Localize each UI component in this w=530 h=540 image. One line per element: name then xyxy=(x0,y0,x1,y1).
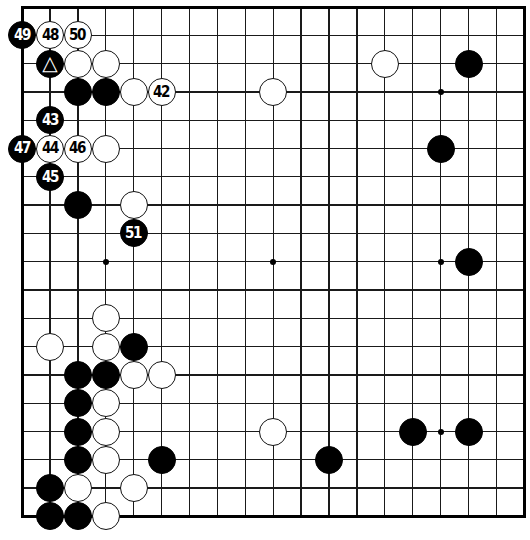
stone-white xyxy=(92,502,120,530)
stone-black xyxy=(36,502,64,530)
stone-white xyxy=(92,50,120,78)
stone-black xyxy=(64,418,92,446)
stone-white-move-42: 42 xyxy=(148,78,176,106)
move-number-label: 51 xyxy=(125,225,142,242)
stone-white xyxy=(92,418,120,446)
star-point xyxy=(438,429,444,435)
stone-black xyxy=(148,446,176,474)
stone-black xyxy=(455,418,483,446)
move-number-label: 47 xyxy=(13,140,30,157)
move-number-label: 46 xyxy=(69,140,86,157)
stone-black xyxy=(92,78,120,106)
stone-black xyxy=(36,474,64,502)
star-point xyxy=(103,259,109,265)
stone-white xyxy=(120,361,148,389)
stone-black xyxy=(427,135,455,163)
stone-white xyxy=(120,474,148,502)
stone-white xyxy=(64,474,92,502)
stone-black xyxy=(64,389,92,417)
stone-black xyxy=(92,361,120,389)
stone-black-triangle-marked: △ xyxy=(36,50,64,78)
stone-black xyxy=(64,361,92,389)
triangle-mark-icon: △ xyxy=(42,53,57,73)
stone-white xyxy=(371,50,399,78)
stone-white xyxy=(259,78,287,106)
move-number-label: 45 xyxy=(41,169,58,186)
stone-white xyxy=(259,418,287,446)
stone-black xyxy=(64,446,92,474)
star-point xyxy=(438,259,444,265)
stone-white xyxy=(92,333,120,361)
stone-white xyxy=(36,333,64,361)
stone-white-move-50: 50 xyxy=(64,21,92,49)
stone-black-move-47: 47 xyxy=(8,135,36,163)
stone-white-move-44: 44 xyxy=(36,135,64,163)
move-number-label: 48 xyxy=(41,27,58,44)
stone-white xyxy=(64,50,92,78)
move-number-label: 42 xyxy=(153,84,170,101)
stone-white xyxy=(92,389,120,417)
stone-black xyxy=(120,333,148,361)
move-number-label: 50 xyxy=(69,27,86,44)
stone-black-move-45: 45 xyxy=(36,163,64,191)
go-board-diagram: 494850△42434744464551 xyxy=(0,0,530,540)
stone-black xyxy=(64,191,92,219)
stone-black xyxy=(399,418,427,446)
stone-black-move-51: 51 xyxy=(120,219,148,247)
stone-black xyxy=(64,502,92,530)
stone-white-move-46: 46 xyxy=(64,135,92,163)
move-number-label: 43 xyxy=(41,112,58,129)
stone-white xyxy=(92,446,120,474)
stone-white xyxy=(120,191,148,219)
go-board: 494850△42434744464551 xyxy=(0,0,530,540)
stone-black-move-43: 43 xyxy=(36,106,64,134)
stone-white xyxy=(92,304,120,332)
move-number-label: 44 xyxy=(41,140,58,157)
move-number-label: 49 xyxy=(13,27,30,44)
star-point xyxy=(270,259,276,265)
stone-black xyxy=(455,248,483,276)
stone-white xyxy=(148,361,176,389)
stone-black xyxy=(64,78,92,106)
star-point xyxy=(438,89,444,95)
stone-white xyxy=(92,135,120,163)
stone-black xyxy=(455,50,483,78)
stone-white xyxy=(120,78,148,106)
stone-black xyxy=(315,446,343,474)
